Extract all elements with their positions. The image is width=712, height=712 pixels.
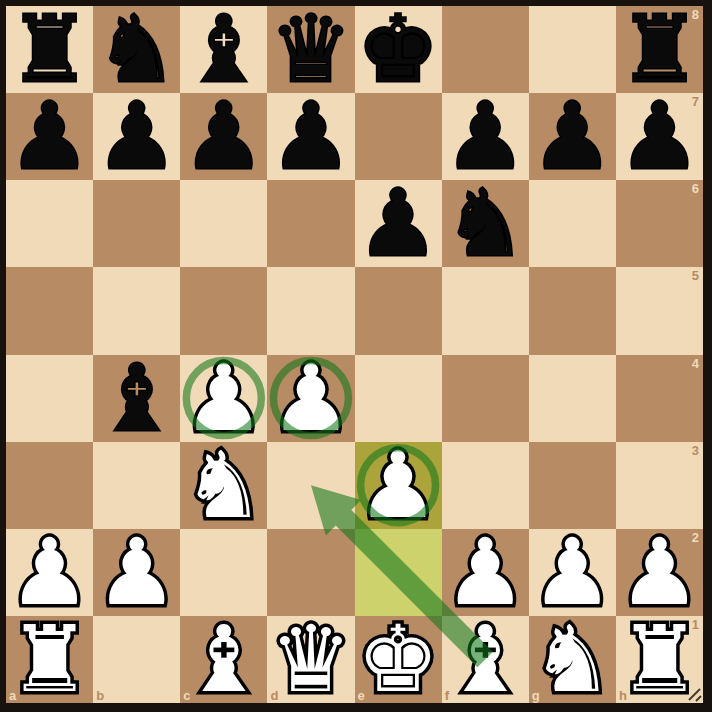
white-bishop[interactable] xyxy=(180,616,267,703)
square-e2[interactable] xyxy=(355,529,442,616)
white-queen[interactable] xyxy=(267,616,354,703)
square-b6[interactable] xyxy=(93,180,180,267)
white-king[interactable] xyxy=(355,616,442,703)
black-pawn[interactable] xyxy=(355,180,442,267)
square-e5[interactable] xyxy=(355,267,442,354)
square-c7[interactable] xyxy=(180,93,267,180)
rank-label-6: 6 xyxy=(692,182,699,195)
file-label-f: f xyxy=(445,689,449,702)
square-c6[interactable] xyxy=(180,180,267,267)
square-f6[interactable] xyxy=(442,180,529,267)
square-h8[interactable]: 8 xyxy=(616,6,703,93)
white-bishop[interactable] xyxy=(442,616,529,703)
white-pawn[interactable] xyxy=(355,442,442,529)
square-e7[interactable] xyxy=(355,93,442,180)
black-pawn[interactable] xyxy=(93,93,180,180)
rank-label-5: 5 xyxy=(692,269,699,282)
square-b5[interactable] xyxy=(93,267,180,354)
square-a5[interactable] xyxy=(6,267,93,354)
square-a4[interactable] xyxy=(6,355,93,442)
rank-label-3: 3 xyxy=(692,444,699,457)
square-d1[interactable]: d xyxy=(267,616,354,703)
board-resize-handle[interactable] xyxy=(685,685,703,703)
square-f5[interactable] xyxy=(442,267,529,354)
black-pawn[interactable] xyxy=(442,93,529,180)
square-c4[interactable] xyxy=(180,355,267,442)
black-knight[interactable] xyxy=(442,180,529,267)
board-grid: 8765432abcdefgh1 xyxy=(6,6,703,703)
rank-label-4: 4 xyxy=(692,357,699,370)
black-pawn[interactable] xyxy=(180,93,267,180)
white-knight[interactable] xyxy=(180,442,267,529)
square-f2[interactable] xyxy=(442,529,529,616)
square-b1[interactable]: b xyxy=(93,616,180,703)
black-king[interactable] xyxy=(355,6,442,93)
white-pawn[interactable] xyxy=(529,529,616,616)
white-pawn[interactable] xyxy=(6,529,93,616)
file-label-c: c xyxy=(183,689,190,702)
rank-label-8: 8 xyxy=(692,8,699,21)
file-label-e: e xyxy=(358,689,365,702)
black-rook[interactable] xyxy=(6,6,93,93)
square-e1[interactable]: e xyxy=(355,616,442,703)
black-pawn[interactable] xyxy=(6,93,93,180)
square-e4[interactable] xyxy=(355,355,442,442)
file-label-a: a xyxy=(9,689,16,702)
square-h2[interactable]: 2 xyxy=(616,529,703,616)
square-e8[interactable] xyxy=(355,6,442,93)
square-e6[interactable] xyxy=(355,180,442,267)
square-h6[interactable]: 6 xyxy=(616,180,703,267)
black-queen[interactable] xyxy=(267,6,354,93)
black-rook[interactable] xyxy=(616,6,703,93)
square-a1[interactable]: a xyxy=(6,616,93,703)
square-h5[interactable]: 5 xyxy=(616,267,703,354)
square-a2[interactable] xyxy=(6,529,93,616)
square-c8[interactable] xyxy=(180,6,267,93)
black-pawn[interactable] xyxy=(529,93,616,180)
square-a8[interactable] xyxy=(6,6,93,93)
square-d5[interactable] xyxy=(267,267,354,354)
square-b8[interactable] xyxy=(93,6,180,93)
square-g7[interactable] xyxy=(529,93,616,180)
black-knight[interactable] xyxy=(93,6,180,93)
square-f3[interactable] xyxy=(442,442,529,529)
chess-board: 8765432abcdefgh1 xyxy=(0,0,712,712)
white-pawn[interactable] xyxy=(442,529,529,616)
square-f7[interactable] xyxy=(442,93,529,180)
square-g6[interactable] xyxy=(529,180,616,267)
square-a3[interactable] xyxy=(6,442,93,529)
rank-label-1: 1 xyxy=(692,618,699,631)
black-pawn[interactable] xyxy=(616,93,703,180)
file-label-h: h xyxy=(619,689,627,702)
square-h4[interactable]: 4 xyxy=(616,355,703,442)
square-g1[interactable]: g xyxy=(529,616,616,703)
square-f1[interactable]: f xyxy=(442,616,529,703)
square-d8[interactable] xyxy=(267,6,354,93)
square-f8[interactable] xyxy=(442,6,529,93)
resize-grip-icon xyxy=(685,685,703,703)
white-pawn[interactable] xyxy=(267,355,354,442)
square-c3[interactable] xyxy=(180,442,267,529)
square-b7[interactable] xyxy=(93,93,180,180)
square-h3[interactable]: 3 xyxy=(616,442,703,529)
square-b3[interactable] xyxy=(93,442,180,529)
square-g2[interactable] xyxy=(529,529,616,616)
square-h7[interactable]: 7 xyxy=(616,93,703,180)
square-a7[interactable] xyxy=(6,93,93,180)
square-a6[interactable] xyxy=(6,180,93,267)
black-pawn[interactable] xyxy=(267,93,354,180)
rank-label-2: 2 xyxy=(692,531,699,544)
white-knight[interactable] xyxy=(529,616,616,703)
white-rook[interactable] xyxy=(6,616,93,703)
square-b2[interactable] xyxy=(93,529,180,616)
square-g5[interactable] xyxy=(529,267,616,354)
square-d2[interactable] xyxy=(267,529,354,616)
square-d7[interactable] xyxy=(267,93,354,180)
square-g4[interactable] xyxy=(529,355,616,442)
white-pawn[interactable] xyxy=(616,529,703,616)
file-label-b: b xyxy=(96,689,104,702)
file-label-d: d xyxy=(270,689,278,702)
rank-label-7: 7 xyxy=(692,95,699,108)
black-bishop[interactable] xyxy=(93,355,180,442)
white-pawn[interactable] xyxy=(180,355,267,442)
white-pawn[interactable] xyxy=(93,529,180,616)
square-d4[interactable] xyxy=(267,355,354,442)
square-e3[interactable] xyxy=(355,442,442,529)
square-g3[interactable] xyxy=(529,442,616,529)
square-f4[interactable] xyxy=(442,355,529,442)
square-g8[interactable] xyxy=(529,6,616,93)
square-d6[interactable] xyxy=(267,180,354,267)
square-c1[interactable]: c xyxy=(180,616,267,703)
square-c2[interactable] xyxy=(180,529,267,616)
file-label-g: g xyxy=(532,689,540,702)
square-c5[interactable] xyxy=(180,267,267,354)
square-d3[interactable] xyxy=(267,442,354,529)
square-b4[interactable] xyxy=(93,355,180,442)
black-bishop[interactable] xyxy=(180,6,267,93)
